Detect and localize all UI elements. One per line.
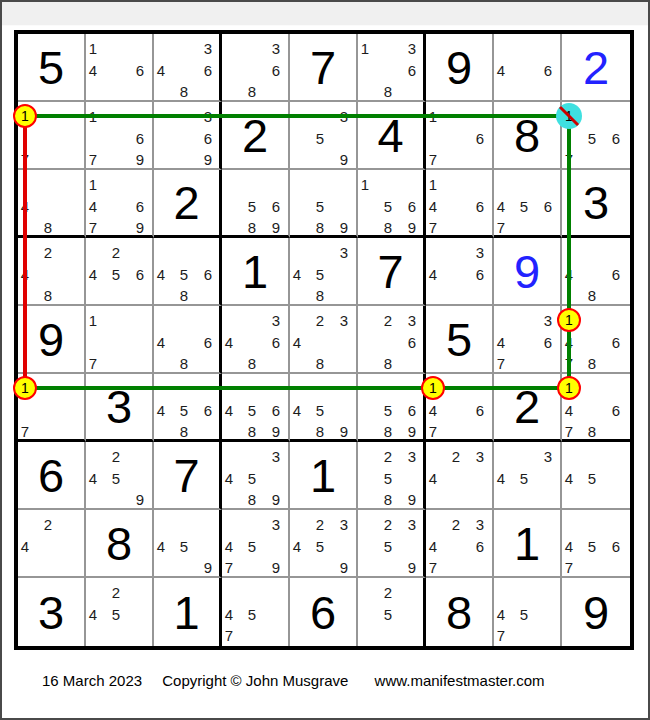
candidate-3: 3 bbox=[408, 449, 416, 464]
candidate-3: 3 bbox=[544, 313, 552, 328]
candidate-5: 5 bbox=[316, 403, 324, 418]
candidate-6: 6 bbox=[136, 267, 144, 282]
given-digit: 5 bbox=[18, 34, 84, 100]
cell-r7c9[interactable]: 45 bbox=[562, 442, 630, 510]
candidate-6: 6 bbox=[272, 403, 280, 418]
candidate-8: 8 bbox=[588, 288, 596, 303]
candidate-3: 3 bbox=[408, 313, 416, 328]
candidate-4: 4 bbox=[293, 403, 301, 418]
candidate-2: 2 bbox=[384, 449, 392, 464]
candidate-6: 6 bbox=[204, 403, 212, 418]
cell-r6c6[interactable]: 5689 bbox=[358, 374, 426, 442]
cell-r5c6[interactable]: 2368 bbox=[358, 306, 426, 374]
cell-r7c7[interactable]: 234 bbox=[426, 442, 494, 510]
candidate-7: 7 bbox=[565, 424, 573, 439]
candidate-5: 5 bbox=[588, 471, 596, 486]
candidate-4: 4 bbox=[21, 539, 29, 554]
candidate-4: 4 bbox=[565, 471, 573, 486]
candidate-8: 8 bbox=[316, 288, 324, 303]
cell-r5c9[interactable]: 14678 bbox=[562, 306, 630, 374]
candidate-7: 7 bbox=[21, 424, 29, 439]
candidate-2: 2 bbox=[112, 449, 120, 464]
candidate-4: 4 bbox=[429, 199, 437, 214]
cell-r4c4[interactable]: 1 bbox=[222, 238, 290, 306]
candidate-8: 8 bbox=[384, 356, 392, 371]
candidate-8: 8 bbox=[44, 288, 52, 303]
cell-r3c2[interactable]: 14679 bbox=[86, 170, 154, 238]
candidate-6: 6 bbox=[476, 131, 484, 146]
candidate-3: 3 bbox=[272, 449, 280, 464]
candidate-1: 1 bbox=[429, 177, 437, 192]
candidate-5: 5 bbox=[248, 403, 256, 418]
cell-r5c4[interactable]: 3468 bbox=[222, 306, 290, 374]
candidate-7: 7 bbox=[565, 356, 573, 371]
candidate-3: 3 bbox=[340, 517, 348, 532]
candidate-4: 4 bbox=[429, 403, 437, 418]
cell-r2c9[interactable]: 1567 bbox=[562, 102, 630, 170]
cell-r1c9[interactable]: 2 bbox=[562, 34, 630, 102]
candidate-4: 4 bbox=[497, 607, 505, 622]
candidate-7: 7 bbox=[21, 152, 29, 167]
candidate-4: 4 bbox=[89, 199, 97, 214]
candidate-1: 1 bbox=[89, 177, 97, 192]
candidate-8: 8 bbox=[248, 492, 256, 507]
candidate-8: 8 bbox=[248, 84, 256, 99]
candidate-8: 8 bbox=[44, 220, 52, 235]
given-digit: 8 bbox=[426, 578, 492, 646]
page: 5146346836871368946217167936923594167815… bbox=[0, 0, 650, 720]
candidate-5: 5 bbox=[384, 471, 392, 486]
solved-digit: 9 bbox=[494, 238, 560, 304]
candidate-6: 6 bbox=[408, 335, 416, 350]
candidate-5: 5 bbox=[248, 199, 256, 214]
given-digit: 9 bbox=[426, 34, 492, 100]
candidate-4: 4 bbox=[497, 335, 505, 350]
candidate-4: 4 bbox=[293, 539, 301, 554]
candidate-3: 3 bbox=[204, 41, 212, 56]
candidate-4: 4 bbox=[565, 267, 573, 282]
cell-r6c8[interactable]: 2 bbox=[494, 374, 562, 442]
candidate-2: 2 bbox=[384, 517, 392, 532]
cell-r7c8[interactable]: 345 bbox=[494, 442, 562, 510]
cell-r9c6[interactable]: 25 bbox=[358, 578, 426, 646]
candidate-5: 5 bbox=[588, 539, 596, 554]
cell-r9c8[interactable]: 457 bbox=[494, 578, 562, 646]
candidate-2: 2 bbox=[384, 313, 392, 328]
cell-r7c3[interactable]: 7 bbox=[154, 442, 222, 510]
candidate-8: 8 bbox=[384, 220, 392, 235]
candidate-6: 6 bbox=[544, 335, 552, 350]
given-digit: 8 bbox=[494, 102, 560, 168]
candidate-6: 6 bbox=[204, 335, 212, 350]
candidate-2: 2 bbox=[112, 245, 120, 260]
candidate-2: 2 bbox=[112, 585, 120, 600]
given-digit: 3 bbox=[562, 170, 630, 235]
candidate-4: 4 bbox=[225, 539, 233, 554]
candidate-3: 3 bbox=[340, 313, 348, 328]
candidate-5: 5 bbox=[112, 471, 120, 486]
cell-r7c5[interactable]: 1 bbox=[290, 442, 358, 510]
candidate-5: 5 bbox=[588, 131, 596, 146]
candidate-3: 3 bbox=[272, 41, 280, 56]
cell-r1c7[interactable]: 9 bbox=[426, 34, 494, 102]
candidate-3: 3 bbox=[476, 245, 484, 260]
candidate-4: 4 bbox=[89, 63, 97, 78]
candidate-4: 4 bbox=[497, 63, 505, 78]
cell-r4c6[interactable]: 7 bbox=[358, 238, 426, 306]
candidate-9: 9 bbox=[408, 220, 416, 235]
cell-r6c5[interactable]: 4589 bbox=[290, 374, 358, 442]
cell-r5c8[interactable]: 3467 bbox=[494, 306, 562, 374]
candidate-5: 5 bbox=[520, 199, 528, 214]
candidate-4: 4 bbox=[497, 199, 505, 214]
cell-r7c4[interactable]: 34589 bbox=[222, 442, 290, 510]
candidate-9: 9 bbox=[136, 492, 144, 507]
candidate-1: 1 bbox=[89, 313, 97, 328]
cell-r8c7[interactable]: 23467 bbox=[426, 510, 494, 578]
candidate-7: 7 bbox=[225, 628, 233, 643]
cell-r3c8[interactable]: 4567 bbox=[494, 170, 562, 238]
candidate-4: 4 bbox=[429, 539, 437, 554]
candidate-5: 5 bbox=[316, 131, 324, 146]
candidate-4: 4 bbox=[225, 607, 233, 622]
candidate-1: 1 bbox=[21, 381, 29, 396]
candidate-6: 6 bbox=[612, 539, 620, 554]
given-digit: 9 bbox=[562, 578, 630, 646]
cell-r9c5[interactable]: 6 bbox=[290, 578, 358, 646]
candidate-8: 8 bbox=[588, 356, 596, 371]
candidate-6: 6 bbox=[204, 63, 212, 78]
candidate-9: 9 bbox=[340, 220, 348, 235]
candidate-5: 5 bbox=[316, 539, 324, 554]
candidate-6: 6 bbox=[408, 63, 416, 78]
candidate-4: 4 bbox=[293, 335, 301, 350]
candidate-4: 4 bbox=[89, 607, 97, 622]
candidate-8: 8 bbox=[180, 356, 188, 371]
cell-r5c1[interactable]: 9 bbox=[18, 306, 86, 374]
candidate-3: 3 bbox=[476, 517, 484, 532]
given-digit: 9 bbox=[18, 306, 84, 372]
cell-r3c7[interactable]: 1467 bbox=[426, 170, 494, 238]
cell-r1c5[interactable]: 7 bbox=[290, 34, 358, 102]
given-digit: 1 bbox=[494, 510, 560, 576]
candidate-8: 8 bbox=[180, 288, 188, 303]
cell-r6c2[interactable]: 3 bbox=[86, 374, 154, 442]
candidate-1: 1 bbox=[429, 109, 437, 124]
candidate-9: 9 bbox=[272, 492, 280, 507]
candidate-8: 8 bbox=[316, 424, 324, 439]
cell-r8c4[interactable]: 34579 bbox=[222, 510, 290, 578]
candidate-8: 8 bbox=[180, 84, 188, 99]
candidate-3: 3 bbox=[272, 313, 280, 328]
candidate-6: 6 bbox=[544, 199, 552, 214]
given-digit: 6 bbox=[290, 578, 356, 646]
cell-r1c8[interactable]: 46 bbox=[494, 34, 562, 102]
given-digit: 4 bbox=[358, 102, 423, 168]
candidate-4: 4 bbox=[225, 403, 233, 418]
candidate-3: 3 bbox=[408, 517, 416, 532]
candidate-4: 4 bbox=[225, 471, 233, 486]
cell-r3c1[interactable]: 48 bbox=[18, 170, 86, 238]
candidate-5: 5 bbox=[180, 539, 188, 554]
candidate-7: 7 bbox=[565, 560, 573, 575]
footer-website: www.manifestmaster.com bbox=[375, 672, 545, 689]
candidate-8: 8 bbox=[248, 220, 256, 235]
sudoku-board: 5146346836871368946217167936923594167815… bbox=[14, 30, 634, 650]
candidate-9: 9 bbox=[340, 424, 348, 439]
candidate-3: 3 bbox=[340, 109, 348, 124]
cell-r7c2[interactable]: 2459 bbox=[86, 442, 154, 510]
candidate-9: 9 bbox=[408, 560, 416, 575]
given-digit: 1 bbox=[290, 442, 356, 508]
candidate-7: 7 bbox=[429, 220, 437, 235]
cell-r4c2[interactable]: 2456 bbox=[86, 238, 154, 306]
footer: 16 March 2023 Copyright © John Musgrave … bbox=[42, 672, 545, 689]
cell-r5c5[interactable]: 2348 bbox=[290, 306, 358, 374]
candidate-2: 2 bbox=[44, 517, 52, 532]
candidate-8: 8 bbox=[384, 424, 392, 439]
candidate-8: 8 bbox=[384, 84, 392, 99]
candidate-5: 5 bbox=[112, 267, 120, 282]
candidate-5: 5 bbox=[384, 539, 392, 554]
candidate-6: 6 bbox=[204, 131, 212, 146]
cell-r1c4[interactable]: 368 bbox=[222, 34, 290, 102]
candidate-9: 9 bbox=[408, 424, 416, 439]
candidate-9: 9 bbox=[204, 152, 212, 167]
candidate-7: 7 bbox=[497, 628, 505, 643]
candidate-1: 1 bbox=[21, 109, 29, 124]
given-digit: 2 bbox=[154, 170, 219, 235]
cell-r2c5[interactable]: 359 bbox=[290, 102, 358, 170]
candidate-6: 6 bbox=[136, 199, 144, 214]
candidate-1: 1 bbox=[565, 109, 573, 124]
cell-r7c6[interactable]: 23589 bbox=[358, 442, 426, 510]
candidate-1: 1 bbox=[361, 41, 369, 56]
given-digit: 7 bbox=[154, 442, 219, 508]
candidate-6: 6 bbox=[204, 267, 212, 282]
candidate-6: 6 bbox=[476, 267, 484, 282]
cell-r4c8[interactable]: 9 bbox=[494, 238, 562, 306]
candidate-3: 3 bbox=[544, 449, 552, 464]
candidate-7: 7 bbox=[429, 560, 437, 575]
candidate-5: 5 bbox=[384, 607, 392, 622]
candidate-4: 4 bbox=[157, 63, 165, 78]
candidate-5: 5 bbox=[180, 403, 188, 418]
cell-r8c3[interactable]: 459 bbox=[154, 510, 222, 578]
candidate-9: 9 bbox=[408, 492, 416, 507]
candidate-9: 9 bbox=[340, 152, 348, 167]
cell-r3c6[interactable]: 15689 bbox=[358, 170, 426, 238]
candidate-4: 4 bbox=[429, 267, 437, 282]
solved-digit: 2 bbox=[562, 34, 630, 100]
cell-r8c6[interactable]: 2359 bbox=[358, 510, 426, 578]
candidate-9: 9 bbox=[136, 152, 144, 167]
candidate-3: 3 bbox=[340, 245, 348, 260]
candidate-3: 3 bbox=[272, 517, 280, 532]
cell-r2c8[interactable]: 8 bbox=[494, 102, 562, 170]
candidate-6: 6 bbox=[136, 63, 144, 78]
candidate-5: 5 bbox=[520, 607, 528, 622]
candidate-6: 6 bbox=[136, 131, 144, 146]
candidate-5: 5 bbox=[384, 403, 392, 418]
candidate-8: 8 bbox=[588, 424, 596, 439]
cell-r1c1[interactable]: 5 bbox=[18, 34, 86, 102]
candidate-4: 4 bbox=[89, 267, 97, 282]
cell-r5c2[interactable]: 17 bbox=[86, 306, 154, 374]
given-digit: 7 bbox=[358, 238, 423, 304]
cell-r3c5[interactable]: 589 bbox=[290, 170, 358, 238]
cell-r7c1[interactable]: 6 bbox=[18, 442, 86, 510]
candidate-5: 5 bbox=[248, 607, 256, 622]
candidate-1: 1 bbox=[89, 41, 97, 56]
cell-r8c2[interactable]: 8 bbox=[86, 510, 154, 578]
candidate-6: 6 bbox=[612, 131, 620, 146]
candidate-2: 2 bbox=[316, 517, 324, 532]
candidate-2: 2 bbox=[384, 585, 392, 600]
candidate-4: 4 bbox=[157, 267, 165, 282]
candidate-2: 2 bbox=[44, 245, 52, 260]
cell-r5c3[interactable]: 468 bbox=[154, 306, 222, 374]
candidate-5: 5 bbox=[316, 199, 324, 214]
candidate-4: 4 bbox=[89, 471, 97, 486]
cell-r6c1[interactable]: 17 bbox=[18, 374, 86, 442]
given-digit: 8 bbox=[86, 510, 152, 576]
candidate-3: 3 bbox=[204, 109, 212, 124]
candidate-4: 4 bbox=[157, 335, 165, 350]
candidate-4: 4 bbox=[21, 267, 29, 282]
candidate-7: 7 bbox=[89, 220, 97, 235]
cell-r8c5[interactable]: 23459 bbox=[290, 510, 358, 578]
candidate-4: 4 bbox=[429, 471, 437, 486]
candidate-5: 5 bbox=[112, 607, 120, 622]
candidate-5: 5 bbox=[520, 471, 528, 486]
cell-r5c7[interactable]: 5 bbox=[426, 306, 494, 374]
candidate-2: 2 bbox=[316, 313, 324, 328]
candidate-2: 2 bbox=[452, 517, 460, 532]
candidate-9: 9 bbox=[204, 560, 212, 575]
candidate-4: 4 bbox=[565, 539, 573, 554]
candidate-4: 4 bbox=[157, 403, 165, 418]
cell-r2c3[interactable]: 369 bbox=[154, 102, 222, 170]
window-top-strip bbox=[0, 0, 650, 26]
cell-r1c2[interactable]: 146 bbox=[86, 34, 154, 102]
cell-r1c6[interactable]: 1368 bbox=[358, 34, 426, 102]
candidate-7: 7 bbox=[565, 152, 573, 167]
candidate-9: 9 bbox=[272, 424, 280, 439]
candidate-7: 7 bbox=[429, 152, 437, 167]
cell-r4c7[interactable]: 346 bbox=[426, 238, 494, 306]
candidate-6: 6 bbox=[272, 335, 280, 350]
cell-r2c7[interactable]: 167 bbox=[426, 102, 494, 170]
cell-r3c3[interactable]: 2 bbox=[154, 170, 222, 238]
given-digit: 1 bbox=[154, 578, 219, 646]
cell-r9c7[interactable]: 8 bbox=[426, 578, 494, 646]
cell-r9c3[interactable]: 1 bbox=[154, 578, 222, 646]
candidate-9: 9 bbox=[272, 560, 280, 575]
candidate-8: 8 bbox=[316, 356, 324, 371]
candidate-8: 8 bbox=[384, 492, 392, 507]
candidate-1: 1 bbox=[565, 313, 573, 328]
candidate-1: 1 bbox=[565, 381, 573, 396]
cell-r6c3[interactable]: 4568 bbox=[154, 374, 222, 442]
candidate-4: 4 bbox=[157, 539, 165, 554]
given-digit: 3 bbox=[86, 374, 152, 439]
candidate-6: 6 bbox=[272, 63, 280, 78]
candidate-7: 7 bbox=[89, 356, 97, 371]
candidate-4: 4 bbox=[497, 471, 505, 486]
cell-r2c2[interactable]: 1679 bbox=[86, 102, 154, 170]
cell-r4c1[interactable]: 248 bbox=[18, 238, 86, 306]
candidate-7: 7 bbox=[225, 560, 233, 575]
candidate-7: 7 bbox=[89, 152, 97, 167]
candidate-4: 4 bbox=[225, 335, 233, 350]
candidate-7: 7 bbox=[497, 220, 505, 235]
candidate-6: 6 bbox=[476, 403, 484, 418]
candidate-9: 9 bbox=[136, 220, 144, 235]
cell-r9c2[interactable]: 245 bbox=[86, 578, 154, 646]
candidate-8: 8 bbox=[180, 424, 188, 439]
cell-r6c7[interactable]: 1467 bbox=[426, 374, 494, 442]
given-digit: 5 bbox=[426, 306, 492, 372]
cell-r2c6[interactable]: 4 bbox=[358, 102, 426, 170]
candidate-6: 6 bbox=[476, 539, 484, 554]
cell-r2c1[interactable]: 17 bbox=[18, 102, 86, 170]
cell-r9c9[interactable]: 9 bbox=[562, 578, 630, 646]
cell-r4c5[interactable]: 3458 bbox=[290, 238, 358, 306]
candidate-2: 2 bbox=[452, 449, 460, 464]
cell-r2c4[interactable]: 2 bbox=[222, 102, 290, 170]
given-digit: 6 bbox=[18, 442, 84, 508]
candidate-5: 5 bbox=[316, 267, 324, 282]
candidate-6: 6 bbox=[476, 199, 484, 214]
candidate-6: 6 bbox=[612, 403, 620, 418]
cell-r8c1[interactable]: 24 bbox=[18, 510, 86, 578]
cell-r1c3[interactable]: 3468 bbox=[154, 34, 222, 102]
footer-date: 16 March 2023 bbox=[42, 672, 142, 689]
candidate-4: 4 bbox=[293, 267, 301, 282]
candidate-9: 9 bbox=[272, 220, 280, 235]
candidate-5: 5 bbox=[384, 199, 392, 214]
candidate-3: 3 bbox=[408, 41, 416, 56]
cell-r4c9[interactable]: 468 bbox=[562, 238, 630, 306]
cell-r8c8[interactable]: 1 bbox=[494, 510, 562, 578]
candidate-7: 7 bbox=[497, 356, 505, 371]
cell-r6c9[interactable]: 14678 bbox=[562, 374, 630, 442]
candidate-6: 6 bbox=[612, 267, 620, 282]
cell-r3c9[interactable]: 3 bbox=[562, 170, 630, 238]
cell-r9c1[interactable]: 3 bbox=[18, 578, 86, 646]
given-digit: 7 bbox=[290, 34, 356, 100]
footer-copyright: Copyright © John Musgrave bbox=[162, 672, 348, 689]
cell-r4c3[interactable]: 4568 bbox=[154, 238, 222, 306]
given-digit: 2 bbox=[494, 374, 560, 439]
cell-r6c4[interactable]: 45689 bbox=[222, 374, 290, 442]
given-digit: 3 bbox=[18, 578, 84, 646]
candidate-6: 6 bbox=[408, 199, 416, 214]
candidate-4: 4 bbox=[21, 199, 29, 214]
candidate-5: 5 bbox=[180, 267, 188, 282]
candidate-6: 6 bbox=[408, 403, 416, 418]
candidate-7: 7 bbox=[429, 424, 437, 439]
cell-r8c9[interactable]: 4567 bbox=[562, 510, 630, 578]
candidate-3: 3 bbox=[476, 449, 484, 464]
candidate-1: 1 bbox=[429, 381, 437, 396]
candidate-1: 1 bbox=[89, 109, 97, 124]
cell-r9c4[interactable]: 457 bbox=[222, 578, 290, 646]
cell-r3c4[interactable]: 5689 bbox=[222, 170, 290, 238]
candidate-6: 6 bbox=[272, 199, 280, 214]
given-digit: 2 bbox=[222, 102, 288, 168]
